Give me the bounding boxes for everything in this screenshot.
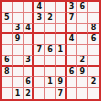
cell-r1c1[interactable] xyxy=(2,2,13,13)
cell-r7c4[interactable] xyxy=(34,67,45,78)
cell-r8c4[interactable] xyxy=(34,77,45,88)
cell-r2c5[interactable]: 2 xyxy=(45,13,56,24)
cell-r7c1[interactable]: 8 xyxy=(2,67,13,78)
cell-r3c5[interactable] xyxy=(45,24,56,35)
cell-r3c8[interactable] xyxy=(77,24,88,35)
cell-r4c8[interactable] xyxy=(77,34,88,45)
cell-r9c8[interactable] xyxy=(77,88,88,99)
cell-r2c3[interactable] xyxy=(24,13,35,24)
cell-r2c1[interactable]: 5 xyxy=(2,13,13,24)
cell-r8c7[interactable] xyxy=(67,77,78,88)
cell-r8c9[interactable]: 2 xyxy=(88,77,99,88)
cell-r3c2[interactable]: 3 xyxy=(13,24,24,35)
cell-r5c5[interactable]: 6 xyxy=(45,45,56,56)
cell-r4c6[interactable] xyxy=(56,34,67,45)
cell-r3c7[interactable] xyxy=(67,24,78,35)
cell-r9c5[interactable] xyxy=(45,88,56,99)
cell-r9c1[interactable] xyxy=(2,88,13,99)
cell-r9c3[interactable]: 2 xyxy=(24,88,35,99)
cell-r1c6[interactable] xyxy=(56,2,67,13)
cell-r2c7[interactable]: 7 xyxy=(67,13,78,24)
cell-r6c3[interactable]: 3 xyxy=(24,56,35,67)
cell-r1c7[interactable]: 3 xyxy=(67,2,78,13)
cell-r2c6[interactable] xyxy=(56,13,67,24)
cell-r7c7[interactable]: 6 xyxy=(67,67,78,78)
cell-r7c9[interactable] xyxy=(88,67,99,78)
cell-r7c3[interactable] xyxy=(24,67,35,78)
cell-r2c8[interactable] xyxy=(77,13,88,24)
cell-r1c5[interactable] xyxy=(45,2,56,13)
cell-r3c4[interactable] xyxy=(34,24,45,35)
cell-r5c2[interactable] xyxy=(13,45,24,56)
cell-r6c5[interactable] xyxy=(45,56,56,67)
cell-r3c3[interactable]: 4 xyxy=(24,24,35,35)
cell-r4c1[interactable] xyxy=(2,34,13,45)
cell-r1c9[interactable] xyxy=(88,2,99,13)
cell-r5c3[interactable] xyxy=(24,45,35,56)
cell-r5c4[interactable]: 7 xyxy=(34,45,45,56)
cell-r9c2[interactable]: 1 xyxy=(13,88,24,99)
cell-r4c9[interactable]: 6 xyxy=(88,34,99,45)
cell-r4c5[interactable] xyxy=(45,34,56,45)
cell-r3c6[interactable] xyxy=(56,24,67,35)
cell-r9c6[interactable]: 7 xyxy=(56,88,67,99)
cell-r5c8[interactable] xyxy=(77,45,88,56)
cell-r6c4[interactable] xyxy=(34,56,45,67)
cell-r1c4[interactable]: 4 xyxy=(34,2,45,13)
cell-r5c1[interactable] xyxy=(2,45,13,56)
cell-r2c9[interactable] xyxy=(88,13,99,24)
cell-r2c4[interactable]: 3 xyxy=(34,13,45,24)
cell-r5c6[interactable]: 1 xyxy=(56,45,67,56)
cell-r7c5[interactable] xyxy=(45,67,56,78)
cell-r9c4[interactable] xyxy=(34,88,45,99)
cell-r5c7[interactable] xyxy=(67,45,78,56)
cell-r8c5[interactable]: 1 xyxy=(45,77,56,88)
cell-r7c2[interactable] xyxy=(13,67,24,78)
cell-r6c6[interactable] xyxy=(56,56,67,67)
cell-r8c2[interactable] xyxy=(13,77,24,88)
cell-r3c9[interactable]: 8 xyxy=(88,24,99,35)
cell-r7c8[interactable]: 9 xyxy=(77,67,88,78)
cell-r9c7[interactable] xyxy=(67,88,78,99)
cell-r1c2[interactable] xyxy=(13,2,24,13)
cell-r6c9[interactable] xyxy=(88,56,99,67)
cell-r4c4[interactable] xyxy=(34,34,45,45)
cell-r8c1[interactable] xyxy=(2,77,13,88)
cell-r1c3[interactable] xyxy=(24,2,35,13)
cell-r3c1[interactable] xyxy=(2,24,13,35)
sudoku-board: 43653273489467616328696192127 xyxy=(0,0,101,101)
cell-r2c2[interactable] xyxy=(13,13,24,24)
cell-r6c8[interactable]: 2 xyxy=(77,56,88,67)
cell-r6c7[interactable] xyxy=(67,56,78,67)
cell-r8c3[interactable]: 6 xyxy=(24,77,35,88)
cell-r5c9[interactable] xyxy=(88,45,99,56)
cell-r4c2[interactable]: 9 xyxy=(13,34,24,45)
cell-r6c1[interactable]: 6 xyxy=(2,56,13,67)
cell-r9c9[interactable] xyxy=(88,88,99,99)
cell-r7c6[interactable] xyxy=(56,67,67,78)
cell-r8c8[interactable] xyxy=(77,77,88,88)
cell-r6c2[interactable] xyxy=(13,56,24,67)
cell-r8c6[interactable]: 9 xyxy=(56,77,67,88)
cell-r1c8[interactable]: 6 xyxy=(77,2,88,13)
cell-r4c7[interactable]: 4 xyxy=(67,34,78,45)
cell-r4c3[interactable] xyxy=(24,34,35,45)
